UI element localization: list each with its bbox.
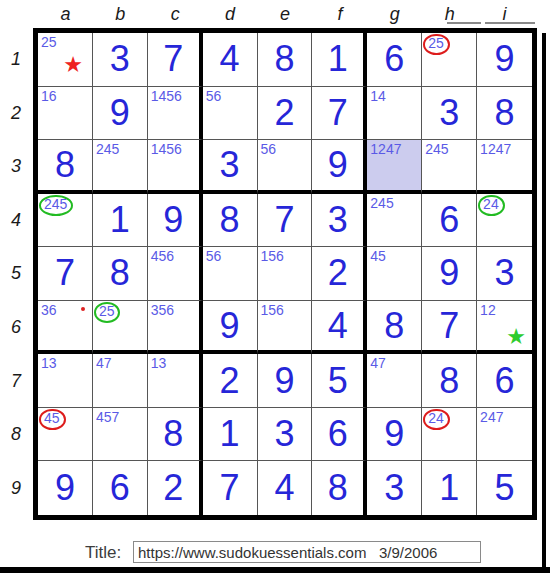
column-label-a: a: [38, 2, 93, 26]
solved-digit: 9: [274, 363, 294, 399]
solved-digit: 7: [274, 202, 294, 238]
cell-d2[interactable]: 56: [203, 87, 258, 141]
cell-f9[interactable]: 8: [312, 461, 367, 515]
cell-g7[interactable]: 47: [367, 354, 422, 408]
row-label-7: 7: [2, 354, 30, 408]
pencil-marks: 245: [96, 142, 119, 157]
solved-digit: 9: [55, 470, 75, 506]
cell-c3[interactable]: 1456: [148, 140, 203, 194]
cell-c8[interactable]: 8: [148, 408, 203, 462]
cell-b4[interactable]: 1: [93, 194, 148, 248]
cell-d7[interactable]: 2: [203, 354, 258, 408]
cell-f5[interactable]: 2: [312, 247, 367, 301]
solved-digit: 1: [110, 202, 130, 238]
solved-digit: 6: [495, 363, 515, 399]
pencil-marks: 56: [206, 89, 222, 104]
cell-b6[interactable]: 25: [93, 301, 148, 355]
pencil-marks: 12: [480, 303, 496, 318]
cell-c9[interactable]: 2: [148, 461, 203, 515]
cell-a4[interactable]: 245: [38, 194, 93, 248]
cell-e4[interactable]: 7: [258, 194, 313, 248]
cell-h5[interactable]: 9: [422, 247, 477, 301]
cell-h3[interactable]: 245: [422, 140, 477, 194]
cell-e5[interactable]: 156: [258, 247, 313, 301]
row-label-6: 6: [2, 301, 30, 355]
solved-digit: 8: [110, 255, 130, 291]
cell-b7[interactable]: 47: [93, 354, 148, 408]
solved-digit: 1: [439, 470, 459, 506]
cell-b8[interactable]: 457: [93, 408, 148, 462]
solved-digit: 7: [439, 308, 459, 344]
column-label-f: f: [312, 2, 367, 26]
cell-i2[interactable]: 8: [477, 87, 532, 141]
pencil-marks-red-circle: 25: [423, 34, 450, 55]
pencil-marks: 356: [151, 303, 174, 318]
cell-e9[interactable]: 4: [258, 461, 313, 515]
cell-c5[interactable]: 456: [148, 247, 203, 301]
cell-d3[interactable]: 3: [203, 140, 258, 194]
pencil-marks: 13: [151, 356, 167, 371]
pencil-marks: 45: [370, 249, 386, 264]
pencil-marks: 47: [370, 356, 386, 371]
cell-f4[interactable]: 3: [312, 194, 367, 248]
sudoku-page: abcdefghi 123456789 25★37481625916914565…: [0, 0, 550, 573]
solved-digit: 3: [110, 41, 130, 77]
pencil-marks: 14: [370, 89, 386, 104]
cell-e8[interactable]: 3: [258, 408, 313, 462]
cell-f8[interactable]: 6: [312, 408, 367, 462]
cell-g3[interactable]: 1247: [367, 140, 422, 194]
red-star-icon: ★: [63, 54, 83, 76]
column-label-b: b: [93, 2, 148, 26]
pencil-marks: 245: [370, 196, 393, 211]
cell-g8[interactable]: 9: [367, 408, 422, 462]
cell-e7[interactable]: 9: [258, 354, 313, 408]
solved-digit: 2: [163, 470, 183, 506]
cell-g4[interactable]: 245: [367, 194, 422, 248]
cell-f3[interactable]: 9: [312, 140, 367, 194]
row-label-8: 8: [2, 408, 30, 462]
cell-g9[interactable]: 3: [367, 461, 422, 515]
cell-a1[interactable]: 25★: [38, 33, 93, 87]
solved-digit: 8: [55, 147, 75, 183]
row-label-2: 2: [2, 87, 30, 141]
solved-digit: 6: [439, 202, 459, 238]
solved-digit: 4: [274, 470, 294, 506]
cell-i1[interactable]: 9: [477, 33, 532, 87]
cell-e2[interactable]: 2: [258, 87, 313, 141]
cell-h4[interactable]: 6: [422, 194, 477, 248]
solved-digit: 5: [495, 470, 515, 506]
solved-digit: 8: [274, 41, 294, 77]
solved-digit: 9: [439, 255, 459, 291]
row-label-9: 9: [2, 461, 30, 515]
cell-a3[interactable]: 8: [38, 140, 93, 194]
column-label-d: d: [203, 2, 258, 26]
column-label-e: e: [258, 2, 313, 26]
header-underline: [447, 22, 481, 24]
pencil-marks: 47: [96, 356, 112, 371]
column-label-c: c: [148, 2, 203, 26]
cell-i4[interactable]: 24: [477, 194, 532, 248]
title-bar: Title:: [0, 540, 550, 566]
solved-digit: 9: [495, 41, 515, 77]
solved-digit: 1: [220, 416, 240, 452]
cell-f1[interactable]: 1: [312, 33, 367, 87]
cell-i7[interactable]: 6: [477, 354, 532, 408]
solved-digit: 9: [220, 308, 240, 344]
cell-h8[interactable]: 24: [422, 408, 477, 462]
row-label-1: 1: [2, 33, 30, 87]
cell-f6[interactable]: 4: [312, 301, 367, 355]
solved-digit: 6: [384, 41, 404, 77]
bottom-frame-line: [0, 567, 550, 573]
cell-a8[interactable]: 45: [38, 408, 93, 462]
cell-c6[interactable]: 356: [148, 301, 203, 355]
solved-digit: 1: [328, 41, 348, 77]
solved-digit: 4: [328, 308, 348, 344]
cell-i8[interactable]: 247: [477, 408, 532, 462]
pencil-marks-green-circle: 25: [94, 302, 121, 323]
cell-b1[interactable]: 3: [93, 33, 148, 87]
cell-c1[interactable]: 7: [148, 33, 203, 87]
solved-digit: 7: [220, 470, 240, 506]
cell-f7[interactable]: 5: [312, 354, 367, 408]
pencil-marks: 456: [151, 249, 174, 264]
cell-d1[interactable]: 4: [203, 33, 258, 87]
row-label-3: 3: [2, 140, 30, 194]
solved-digit: 3: [439, 95, 459, 131]
solved-digit: 3: [220, 147, 240, 183]
cell-i3[interactable]: 1247: [477, 140, 532, 194]
cell-e6[interactable]: 156: [258, 301, 313, 355]
cell-g5[interactable]: 45: [367, 247, 422, 301]
solved-digit: 5: [328, 363, 348, 399]
cell-d5[interactable]: 56: [203, 247, 258, 301]
solved-digit: 8: [163, 416, 183, 452]
cell-a5[interactable]: 7: [38, 247, 93, 301]
pencil-marks-green-circle: 245: [39, 195, 73, 216]
cell-a7[interactable]: 13: [38, 354, 93, 408]
pencil-marks: 247: [480, 410, 503, 425]
cell-i6[interactable]: 12★: [477, 301, 532, 355]
cell-a9[interactable]: 9: [38, 461, 93, 515]
cell-h9[interactable]: 1: [422, 461, 477, 515]
pencil-marks: 56: [261, 142, 277, 157]
cell-c4[interactable]: 9: [148, 194, 203, 248]
cell-f2[interactable]: 7: [312, 87, 367, 141]
cell-a2[interactable]: 16: [38, 87, 93, 141]
pencil-marks: 156: [261, 249, 284, 264]
cell-h6[interactable]: 7: [422, 301, 477, 355]
solved-digit: 6: [328, 416, 348, 452]
cell-a6[interactable]: 36: [38, 301, 93, 355]
cell-g6[interactable]: 8: [367, 301, 422, 355]
pencil-marks: 156: [261, 303, 284, 318]
cell-i9[interactable]: 5: [477, 461, 532, 515]
solved-digit: 8: [328, 470, 348, 506]
solved-digit: 2: [220, 363, 240, 399]
pencil-marks: 16: [41, 89, 57, 104]
pencil-marks-red-circle: 45: [39, 409, 66, 430]
pencil-marks: 1247: [480, 142, 511, 157]
cell-e3[interactable]: 56: [258, 140, 313, 194]
title-input[interactable]: [133, 541, 481, 563]
sudoku-board: 25★3748162591691456562714388245145635691…: [33, 28, 537, 520]
pencil-marks: 36: [41, 303, 57, 318]
solved-digit: 9: [163, 202, 183, 238]
cell-c7[interactable]: 13: [148, 354, 203, 408]
cell-d8[interactable]: 1: [203, 408, 258, 462]
solved-digit: 9: [328, 147, 348, 183]
row-labels: 123456789: [2, 33, 30, 515]
red-dot-icon: [81, 307, 85, 311]
right-frame-line: [542, 33, 546, 573]
cell-g1[interactable]: 6: [367, 33, 422, 87]
pencil-marks: 1456: [151, 89, 182, 104]
solved-digit: 8: [439, 363, 459, 399]
solved-digit: 3: [274, 416, 294, 452]
cell-c2[interactable]: 1456: [148, 87, 203, 141]
cell-h1[interactable]: 25: [422, 33, 477, 87]
solved-digit: 2: [328, 255, 348, 291]
cell-d9[interactable]: 7: [203, 461, 258, 515]
solved-digit: 7: [55, 255, 75, 291]
solved-digit: 8: [495, 95, 515, 131]
pencil-marks: 1456: [151, 142, 182, 157]
cell-b9[interactable]: 6: [93, 461, 148, 515]
cell-h2[interactable]: 3: [422, 87, 477, 141]
pencil-marks: 245: [425, 142, 448, 157]
row-label-4: 4: [2, 194, 30, 248]
pencil-marks: 25: [41, 35, 57, 50]
row-label-5: 5: [2, 247, 30, 301]
pencil-marks: 457: [96, 410, 119, 425]
solved-digit: 7: [328, 95, 348, 131]
title-label: Title:: [85, 543, 121, 563]
pencil-marks: 1247: [370, 142, 401, 157]
header-underline: [485, 22, 535, 24]
cell-b3[interactable]: 245: [93, 140, 148, 194]
solved-digit: 4: [220, 41, 240, 77]
column-label-g: g: [367, 2, 422, 26]
solved-digit: 8: [220, 202, 240, 238]
pencil-marks-green-circle: 24: [478, 195, 505, 216]
solved-digit: 6: [110, 470, 130, 506]
solved-digit: 2: [274, 95, 294, 131]
pencil-marks-red-circle: 24: [423, 409, 450, 430]
cell-g2[interactable]: 14: [367, 87, 422, 141]
green-star-icon: ★: [506, 326, 526, 348]
cell-i5[interactable]: 3: [477, 247, 532, 301]
solved-digit: 7: [163, 41, 183, 77]
cell-d6[interactable]: 9: [203, 301, 258, 355]
solved-digit: 8: [384, 308, 404, 344]
pencil-marks: 56: [206, 249, 222, 264]
solved-digit: 3: [495, 255, 515, 291]
cell-h7[interactable]: 8: [422, 354, 477, 408]
cell-b5[interactable]: 8: [93, 247, 148, 301]
cell-b2[interactable]: 9: [93, 87, 148, 141]
pencil-marks: 13: [41, 356, 57, 371]
solved-digit: 3: [328, 202, 348, 238]
cell-e1[interactable]: 8: [258, 33, 313, 87]
solved-digit: 9: [384, 416, 404, 452]
cell-d4[interactable]: 8: [203, 194, 258, 248]
solved-digit: 9: [110, 95, 130, 131]
solved-digit: 3: [384, 470, 404, 506]
